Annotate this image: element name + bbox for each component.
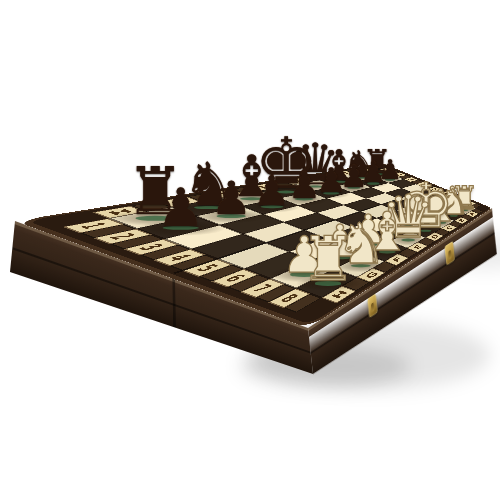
brass-clasp [445,241,455,265]
piece-white-rook[interactable]: ♜ [301,229,356,290]
piece-black-pawn[interactable]: ♟ [288,167,321,204]
piece-black-pawn[interactable]: ♟ [211,175,252,221]
piece-black-pawn[interactable]: ♟ [253,171,290,212]
photo-scene: HGFEDCBA HGFEDCBA 12345678 12345678 ♜♞♟♝… [0,0,500,500]
fold-seam-side [172,278,176,327]
brass-clasp [367,293,377,317]
piece-black-pawn[interactable]: ♟ [157,181,205,234]
